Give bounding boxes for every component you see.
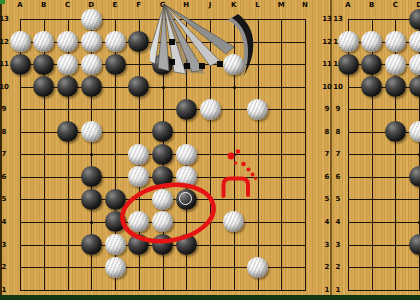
- red-ellipse-annotation: [118, 179, 217, 248]
- red-arch-annotation: [224, 179, 249, 197]
- go-screenshot: ABCDEFGHJKLMN131312121111101099887766554…: [0, 0, 420, 300]
- red-splatter-annotation: [228, 149, 257, 180]
- bottom-page-bar: [0, 295, 420, 300]
- corner-page-mark: [0, 0, 5, 4]
- red-annotation-drawing: [0, 0, 420, 300]
